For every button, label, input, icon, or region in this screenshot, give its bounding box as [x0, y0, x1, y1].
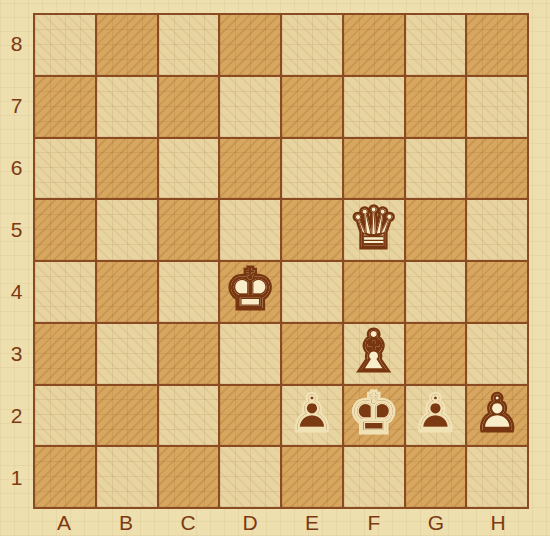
chessboard: ♛♛♕♚♚♔♝♝♗♟♟♙♚♚♔♟♟♙♟♟♙: [33, 13, 529, 509]
square-b1[interactable]: [97, 447, 157, 507]
white-queen-f5[interactable]: ♛♛♕: [344, 200, 404, 260]
rank-labels: 87654321: [0, 13, 33, 509]
pawn-glyph: ♙: [406, 386, 466, 446]
square-f1[interactable]: [344, 447, 404, 507]
square-e2[interactable]: ♟♟♙: [282, 386, 342, 446]
square-f8[interactable]: [344, 15, 404, 75]
square-g6[interactable]: [406, 139, 466, 199]
square-b2[interactable]: [97, 386, 157, 446]
square-e1[interactable]: [282, 447, 342, 507]
square-e5[interactable]: [282, 200, 342, 260]
square-f5[interactable]: ♛♛♕: [344, 200, 404, 260]
square-a2[interactable]: [35, 386, 95, 446]
square-d5[interactable]: [220, 200, 280, 260]
square-g1[interactable]: [406, 447, 466, 507]
square-f6[interactable]: [344, 139, 404, 199]
file-label-f: F: [343, 509, 405, 536]
file-label-a: A: [33, 509, 95, 536]
square-c6[interactable]: [159, 139, 219, 199]
square-g2[interactable]: ♟♟♙: [406, 386, 466, 446]
square-h8[interactable]: [467, 15, 527, 75]
square-g3[interactable]: [406, 324, 466, 384]
square-b8[interactable]: [97, 15, 157, 75]
square-f3[interactable]: ♝♝♗: [344, 324, 404, 384]
rank-label-5: 5: [0, 199, 33, 261]
file-label-b: B: [95, 509, 157, 536]
square-f7[interactable]: [344, 77, 404, 137]
square-d2[interactable]: [220, 386, 280, 446]
rank-label-6: 6: [0, 137, 33, 199]
square-a1[interactable]: [35, 447, 95, 507]
square-g8[interactable]: [406, 15, 466, 75]
rank-label-4: 4: [0, 261, 33, 323]
square-h5[interactable]: [467, 200, 527, 260]
rank-label-2: 2: [0, 385, 33, 447]
rank-label-3: 3: [0, 323, 33, 385]
black-pawn-e2[interactable]: ♟♟♙: [282, 386, 342, 446]
square-h6[interactable]: [467, 139, 527, 199]
square-a6[interactable]: [35, 139, 95, 199]
square-b3[interactable]: [97, 324, 157, 384]
square-c4[interactable]: [159, 262, 219, 322]
square-d1[interactable]: [220, 447, 280, 507]
file-label-c: C: [157, 509, 219, 536]
square-c7[interactable]: [159, 77, 219, 137]
file-labels: ABCDEFGH: [33, 509, 529, 536]
white-pawn-h2[interactable]: ♟♟♙: [467, 386, 527, 446]
king-glyph: ♔: [344, 386, 404, 446]
file-label-h: H: [467, 509, 529, 536]
square-c1[interactable]: [159, 447, 219, 507]
square-c3[interactable]: [159, 324, 219, 384]
bishop-glyph: ♗: [344, 324, 404, 384]
queen-glyph: ♕: [344, 200, 404, 260]
rank-label-7: 7: [0, 75, 33, 137]
file-label-g: G: [405, 509, 467, 536]
square-h2[interactable]: ♟♟♙: [467, 386, 527, 446]
square-h1[interactable]: [467, 447, 527, 507]
square-h4[interactable]: [467, 262, 527, 322]
black-pawn-g2[interactable]: ♟♟♙: [406, 386, 466, 446]
black-king-f2[interactable]: ♚♚♔: [344, 386, 404, 446]
square-f2[interactable]: ♚♚♔: [344, 386, 404, 446]
square-b4[interactable]: [97, 262, 157, 322]
pawn-glyph: ♙: [467, 386, 527, 446]
square-f4[interactable]: [344, 262, 404, 322]
white-bishop-f3[interactable]: ♝♝♗: [344, 324, 404, 384]
square-a5[interactable]: [35, 200, 95, 260]
square-b7[interactable]: [97, 77, 157, 137]
square-c5[interactable]: [159, 200, 219, 260]
square-a4[interactable]: [35, 262, 95, 322]
white-king-d4[interactable]: ♚♚♔: [220, 262, 280, 322]
square-d6[interactable]: [220, 139, 280, 199]
square-h3[interactable]: [467, 324, 527, 384]
square-a3[interactable]: [35, 324, 95, 384]
square-h7[interactable]: [467, 77, 527, 137]
square-d7[interactable]: [220, 77, 280, 137]
square-e4[interactable]: [282, 262, 342, 322]
square-d3[interactable]: [220, 324, 280, 384]
king-glyph: ♔: [220, 262, 280, 322]
square-b6[interactable]: [97, 139, 157, 199]
square-d4[interactable]: ♚♚♔: [220, 262, 280, 322]
square-g5[interactable]: [406, 200, 466, 260]
square-c2[interactable]: [159, 386, 219, 446]
pawn-glyph: ♙: [282, 386, 342, 446]
rank-label-1: 1: [0, 447, 33, 509]
square-g7[interactable]: [406, 77, 466, 137]
square-e3[interactable]: [282, 324, 342, 384]
chess-board-page: { "game": "chess", "position": { "fen": …: [0, 0, 550, 536]
square-e6[interactable]: [282, 139, 342, 199]
square-a8[interactable]: [35, 15, 95, 75]
square-c8[interactable]: [159, 15, 219, 75]
square-a7[interactable]: [35, 77, 95, 137]
square-e8[interactable]: [282, 15, 342, 75]
square-b5[interactable]: [97, 200, 157, 260]
file-label-d: D: [219, 509, 281, 536]
file-label-e: E: [281, 509, 343, 536]
rank-label-8: 8: [0, 13, 33, 75]
square-d8[interactable]: [220, 15, 280, 75]
square-g4[interactable]: [406, 262, 466, 322]
square-e7[interactable]: [282, 77, 342, 137]
